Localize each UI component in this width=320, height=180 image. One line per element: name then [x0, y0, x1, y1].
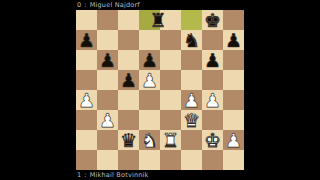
square-a2[interactable] [76, 130, 97, 150]
piece-white-pawn[interactable]: ♟ [225, 130, 242, 150]
square-c4[interactable] [118, 90, 139, 110]
square-d1[interactable] [139, 150, 160, 170]
square-f4[interactable]: ♟ [181, 90, 202, 110]
square-h1[interactable] [223, 150, 244, 170]
square-g8[interactable]: ♚ [202, 10, 223, 30]
square-e2[interactable]: ♜ [160, 130, 181, 150]
square-d2[interactable]: ♞ [139, 130, 160, 150]
square-g6[interactable]: ♟ [202, 50, 223, 70]
piece-white-knight[interactable]: ♞ [141, 130, 158, 150]
square-b1[interactable] [97, 150, 118, 170]
square-b3[interactable]: ♟ [97, 110, 118, 130]
square-e7[interactable] [160, 30, 181, 50]
player-bottom-name: Mikhail Botvinnik [90, 170, 149, 180]
square-h3[interactable] [223, 110, 244, 130]
square-c6[interactable] [118, 50, 139, 70]
player-top-score: 0 [77, 0, 81, 10]
player-bottom-score: 1 [77, 170, 81, 180]
piece-black-pawn[interactable]: ♟ [99, 50, 116, 70]
chess-board: ♜♚♟♞♟♟♟♟♟♟♟♟♟♟♛♛♞♜♚♟ [76, 10, 244, 170]
piece-black-pawn[interactable]: ♟ [225, 30, 242, 50]
piece-white-rook[interactable]: ♜ [162, 130, 179, 150]
square-f6[interactable] [181, 50, 202, 70]
square-f8[interactable] [181, 10, 202, 30]
square-c3[interactable] [118, 110, 139, 130]
square-h5[interactable] [223, 70, 244, 90]
square-f5[interactable] [181, 70, 202, 90]
square-f1[interactable] [181, 150, 202, 170]
square-h7[interactable]: ♟ [223, 30, 244, 50]
piece-black-queen[interactable]: ♛ [120, 130, 137, 150]
square-e4[interactable] [160, 90, 181, 110]
square-b8[interactable] [97, 10, 118, 30]
square-d6[interactable]: ♟ [139, 50, 160, 70]
square-g5[interactable] [202, 70, 223, 90]
player-top-name: Miguel Najdorf [90, 0, 140, 10]
square-h6[interactable] [223, 50, 244, 70]
square-e5[interactable] [160, 70, 181, 90]
square-a6[interactable] [76, 50, 97, 70]
square-c1[interactable] [118, 150, 139, 170]
piece-white-queen[interactable]: ♛ [183, 110, 200, 130]
square-e1[interactable] [160, 150, 181, 170]
square-e3[interactable] [160, 110, 181, 130]
square-g4[interactable]: ♟ [202, 90, 223, 110]
square-b2[interactable] [97, 130, 118, 150]
piece-black-pawn[interactable]: ♟ [204, 50, 221, 70]
square-a7[interactable]: ♟ [76, 30, 97, 50]
square-c2[interactable]: ♛ [118, 130, 139, 150]
square-b7[interactable] [97, 30, 118, 50]
piece-white-pawn[interactable]: ♟ [78, 90, 95, 110]
piece-black-pawn[interactable]: ♟ [78, 30, 95, 50]
player-bottom-separator: : [84, 170, 86, 180]
piece-black-rook[interactable]: ♜ [149, 10, 166, 30]
square-f2[interactable] [181, 130, 202, 150]
player-top-separator: : [84, 0, 86, 10]
square-d3[interactable] [139, 110, 160, 130]
square-c7[interactable] [118, 30, 139, 50]
piece-white-pawn[interactable]: ♟ [99, 110, 116, 130]
square-d4[interactable] [139, 90, 160, 110]
square-b5[interactable] [97, 70, 118, 90]
square-a8[interactable] [76, 10, 97, 30]
square-g3[interactable] [202, 110, 223, 130]
piece-white-pawn[interactable]: ♟ [183, 90, 200, 110]
square-h4[interactable] [223, 90, 244, 110]
square-a3[interactable] [76, 110, 97, 130]
square-a1[interactable] [76, 150, 97, 170]
piece-white-king[interactable]: ♚ [204, 130, 221, 150]
square-g2[interactable]: ♚ [202, 130, 223, 150]
square-d8[interactable]: ♜ [139, 10, 160, 30]
square-d5[interactable]: ♟ [139, 70, 160, 90]
piece-black-pawn[interactable]: ♟ [141, 50, 158, 70]
square-h2[interactable]: ♟ [223, 130, 244, 150]
square-a4[interactable]: ♟ [76, 90, 97, 110]
player-bar-bottom: 1 : Mikhail Botvinnik [77, 170, 149, 180]
piece-black-knight[interactable]: ♞ [183, 30, 200, 50]
square-c5[interactable]: ♟ [118, 70, 139, 90]
piece-white-pawn[interactable]: ♟ [204, 90, 221, 110]
square-a5[interactable] [76, 70, 97, 90]
square-b4[interactable] [97, 90, 118, 110]
square-g1[interactable] [202, 150, 223, 170]
square-f7[interactable]: ♞ [181, 30, 202, 50]
square-h8[interactable] [223, 10, 244, 30]
square-g7[interactable] [202, 30, 223, 50]
square-e6[interactable] [160, 50, 181, 70]
piece-black-pawn[interactable]: ♟ [120, 70, 137, 90]
piece-white-pawn[interactable]: ♟ [141, 70, 158, 90]
app-window: 0 : Miguel Najdorf ♜♚♟♞♟♟♟♟♟♟♟♟♟♟♛♛♞♜♚♟ … [0, 0, 320, 180]
square-f3[interactable]: ♛ [181, 110, 202, 130]
square-c8[interactable] [118, 10, 139, 30]
square-b6[interactable]: ♟ [97, 50, 118, 70]
piece-black-king[interactable]: ♚ [204, 10, 221, 30]
player-bar-top: 0 : Miguel Najdorf [77, 0, 140, 10]
square-d7[interactable] [139, 30, 160, 50]
